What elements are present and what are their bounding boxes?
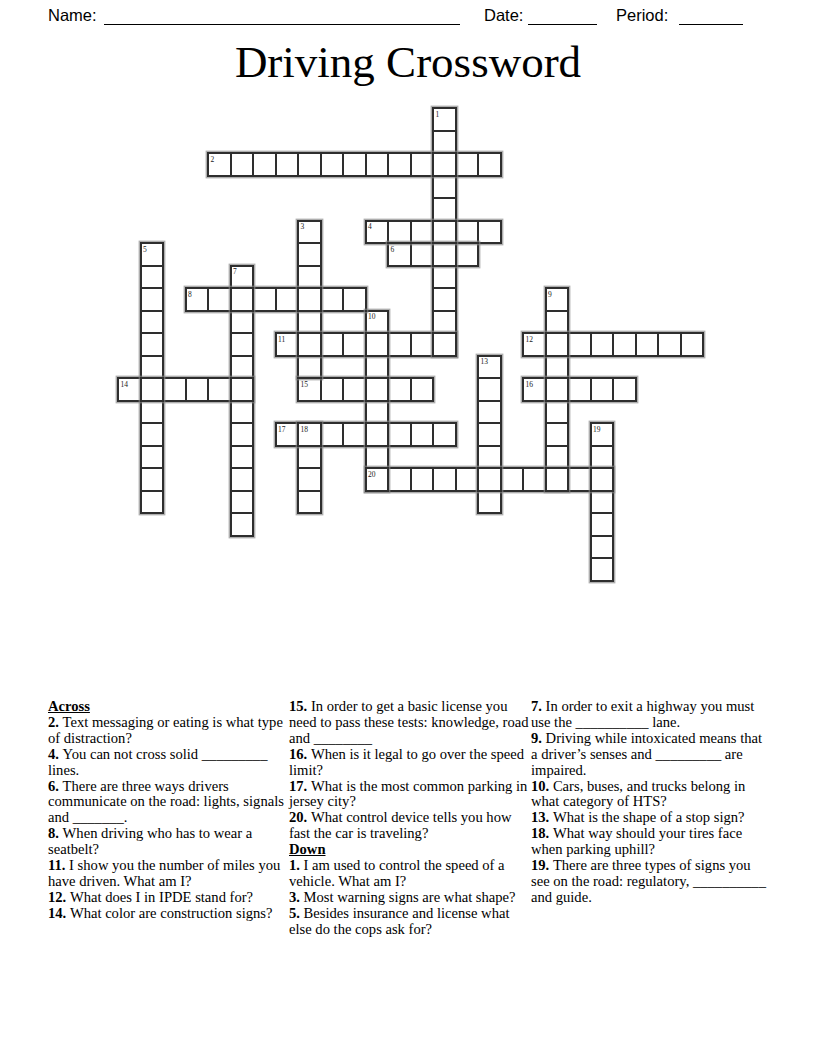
grid-cell[interactable]: [365, 422, 390, 447]
grid-cell[interactable]: [545, 445, 570, 470]
grid-cell[interactable]: [432, 332, 457, 357]
clue-item: 9. Driving while intoxicated means that …: [531, 731, 771, 779]
clue-item-number: 16.: [289, 746, 311, 762]
grid-cell[interactable]: [410, 422, 435, 447]
grid-cell[interactable]: [387, 242, 412, 267]
grid-cell[interactable]: [590, 422, 615, 447]
grid-cell[interactable]: [230, 422, 255, 447]
grid-cell[interactable]: [365, 400, 390, 425]
grid-cell[interactable]: [140, 445, 165, 470]
clue-item-text: In order to exit a highway you must use …: [531, 698, 754, 730]
period-blank-line[interactable]: [679, 6, 743, 25]
grid-cell[interactable]: [365, 377, 390, 402]
clue-item-text: There are three types of signs you see o…: [531, 857, 766, 905]
grid-cell[interactable]: [230, 355, 255, 380]
grid-cell[interactable]: [612, 377, 637, 402]
clue-item-text: You can not cross solid _________ lines.: [48, 746, 267, 778]
grid-cell[interactable]: [432, 310, 457, 335]
grid-cell[interactable]: [387, 422, 412, 447]
grid-cell[interactable]: [252, 287, 277, 312]
grid-cell[interactable]: [297, 152, 322, 177]
clue-item-number: 4.: [48, 746, 63, 762]
clues-column-across: Across2. Text messaging or eating is wha…: [48, 699, 288, 922]
clue-item-number: 5.: [289, 905, 304, 921]
grid-cell[interactable]: [477, 377, 502, 402]
grid-cell[interactable]: [297, 242, 322, 267]
grid-cell[interactable]: [410, 242, 435, 267]
clue-item: 14. What color are construction signs?: [48, 906, 288, 922]
grid-cell[interactable]: [432, 220, 457, 245]
clue-item-number: 18.: [531, 825, 553, 841]
clue-item-number: 13.: [531, 809, 553, 825]
clue-item-text: What is the shape of a stop sign?: [553, 809, 745, 825]
grid-cell[interactable]: [297, 220, 322, 245]
grid-cell[interactable]: [522, 467, 547, 492]
grid-cell[interactable]: [635, 332, 660, 357]
grid-cell[interactable]: [410, 332, 435, 357]
date-label: Date:: [484, 6, 523, 25]
grid-cell[interactable]: [275, 287, 300, 312]
grid-cell[interactable]: [387, 467, 412, 492]
grid-cell[interactable]: [522, 377, 547, 402]
page-title: Driving Crossword: [0, 36, 816, 88]
name-label: Name:: [48, 6, 97, 25]
clue-item-number: 12.: [48, 889, 70, 905]
grid-cell[interactable]: [140, 377, 165, 402]
clue-item-text: What way should your tires face when par…: [531, 825, 742, 857]
grid-cell[interactable]: [432, 107, 457, 132]
grid-cell[interactable]: [410, 467, 435, 492]
grid-cell[interactable]: [297, 355, 322, 380]
clue-item: 17. What is the most common parking in j…: [289, 779, 529, 811]
clue-item-number: 6.: [48, 778, 63, 794]
grid-cell[interactable]: [140, 287, 165, 312]
clue-item: 2. Text messaging or eating is what type…: [48, 715, 288, 747]
grid-cell[interactable]: [275, 152, 300, 177]
grid-cell[interactable]: [590, 377, 615, 402]
grid-cell[interactable]: [477, 422, 502, 447]
grid-cell[interactable]: [590, 557, 615, 582]
grid-cell[interactable]: [432, 265, 457, 290]
grid-cell[interactable]: [567, 377, 592, 402]
clue-item-text: What control device tells you how fast t…: [289, 809, 512, 841]
clue-item: 1. I am used to control the speed of a v…: [289, 858, 529, 890]
grid-cell[interactable]: [365, 220, 390, 245]
clue-item: 12. What does I in IPDE stand for?: [48, 890, 288, 906]
grid-cell[interactable]: [140, 242, 165, 267]
clue-item-text: Driving while intoxicated means that a d…: [531, 730, 762, 778]
clue-item-text: I am used to control the speed of a vehi…: [289, 857, 505, 889]
grid-cell[interactable]: [297, 310, 322, 335]
grid-cell[interactable]: [140, 400, 165, 425]
clue-item-text: I show you the number of miles you have …: [48, 857, 280, 889]
grid-cell[interactable]: [297, 287, 322, 312]
clue-item-text: Most warning signs are what shape?: [304, 889, 516, 905]
grid-cell[interactable]: [320, 152, 345, 177]
clue-item-number: 17.: [289, 778, 311, 794]
grid-cell[interactable]: [297, 265, 322, 290]
grid-cell[interactable]: [230, 152, 255, 177]
grid-cell[interactable]: [140, 355, 165, 380]
grid-cell[interactable]: [657, 332, 682, 357]
worksheet-header: Name: Date: Period:: [0, 2, 816, 30]
clue-item: 15. In order to get a basic license you …: [289, 699, 529, 747]
clue-item: 6. There are three ways drivers communic…: [48, 779, 288, 827]
grid-cell[interactable]: [207, 287, 232, 312]
grid-cell[interactable]: [432, 130, 457, 155]
grid-cell[interactable]: [320, 377, 345, 402]
grid-cell[interactable]: [365, 152, 390, 177]
grid-cell[interactable]: [590, 512, 615, 537]
grid-cell[interactable]: [432, 467, 457, 492]
grid-cell[interactable]: [387, 220, 412, 245]
grid-cell[interactable]: [230, 377, 255, 402]
clue-item-text: Besides insurance and license what else …: [289, 905, 509, 937]
grid-cell[interactable]: [590, 445, 615, 470]
grid-cell[interactable]: [297, 377, 322, 402]
clue-item-text: When driving who has to wear a seatbelt?: [48, 825, 252, 857]
clue-item-number: 2.: [48, 714, 63, 730]
grid-cell[interactable]: [365, 332, 390, 357]
grid-cell[interactable]: [275, 422, 300, 447]
grid-cell[interactable]: [140, 422, 165, 447]
grid-cell[interactable]: [545, 422, 570, 447]
clue-item: 13. What is the shape of a stop sign?: [531, 810, 771, 826]
grid-cell[interactable]: [477, 220, 502, 245]
grid-cell[interactable]: [342, 377, 367, 402]
crossword-grid: 2468111214151617201357910131819: [118, 108, 704, 582]
clue-item-text: What is the most common parking in jerse…: [289, 778, 527, 810]
grid-cell[interactable]: [320, 332, 345, 357]
grid-cell[interactable]: [230, 332, 255, 357]
grid-cell[interactable]: [117, 377, 142, 402]
grid-cell[interactable]: [455, 242, 480, 267]
grid-cell[interactable]: [185, 377, 210, 402]
clue-item: 11. I show you the number of miles you h…: [48, 858, 288, 890]
clues-column-middle: 15. In order to get a basic license you …: [289, 699, 529, 938]
grid-cell[interactable]: [387, 152, 412, 177]
grid-cell[interactable]: [567, 467, 592, 492]
grid-cell[interactable]: [545, 310, 570, 335]
grid-cell[interactable]: [207, 377, 232, 402]
grid-cell[interactable]: [477, 152, 502, 177]
grid-cell[interactable]: [432, 242, 457, 267]
clue-item-text: In order to get a basic license you need…: [289, 698, 529, 746]
grid-cell[interactable]: [297, 332, 322, 357]
grid-cell[interactable]: [230, 287, 255, 312]
clue-item: 3. Most warning signs are what shape?: [289, 890, 529, 906]
clue-item-text: There are three ways drivers communicate…: [48, 778, 284, 826]
grid-cell[interactable]: [545, 377, 570, 402]
clues-column-down: 7. In order to exit a highway you must u…: [531, 699, 771, 906]
grid-cell[interactable]: [590, 332, 615, 357]
grid-cell[interactable]: [500, 467, 525, 492]
grid-cell[interactable]: [207, 152, 232, 177]
grid-cell[interactable]: [365, 355, 390, 380]
name-blank-line[interactable]: [104, 6, 460, 25]
grid-cell[interactable]: [522, 332, 547, 357]
clue-item: 18. What way should your tires face when…: [531, 826, 771, 858]
clue-item: 16. When is it legal to go over the spee…: [289, 747, 529, 779]
grid-cell[interactable]: [275, 332, 300, 357]
grid-cell[interactable]: [545, 332, 570, 357]
grid-cell[interactable]: [590, 535, 615, 560]
grid-cell[interactable]: [680, 332, 705, 357]
grid-cell[interactable]: [297, 445, 322, 470]
grid-cell[interactable]: [297, 490, 322, 515]
grid-cell[interactable]: [342, 422, 367, 447]
worksheet-page: Name: Date: Period: Driving Crossword 24…: [0, 0, 816, 1056]
grid-cell[interactable]: [342, 152, 367, 177]
grid-cell[interactable]: [230, 400, 255, 425]
clue-item-number: 11.: [48, 857, 69, 873]
clue-item-number: 10.: [531, 778, 553, 794]
grid-cell[interactable]: [410, 377, 435, 402]
clue-item-text: What does I in IPDE stand for?: [70, 889, 253, 905]
grid-cell[interactable]: [230, 490, 255, 515]
grid-cell[interactable]: [432, 175, 457, 200]
date-blank-line[interactable]: [528, 6, 597, 25]
grid-cell[interactable]: [455, 467, 480, 492]
grid-cell[interactable]: [612, 332, 637, 357]
clue-item-number: 19.: [531, 857, 553, 873]
clue-item: 10. Cars, buses, and trucks belong in wh…: [531, 779, 771, 811]
grid-cell[interactable]: [477, 355, 502, 380]
grid-cell[interactable]: [140, 310, 165, 335]
grid-cell[interactable]: [545, 287, 570, 312]
grid-cell[interactable]: [477, 400, 502, 425]
clue-item-text: Text messaging or eating is what type of…: [48, 714, 283, 746]
clue-item-text: When is it legal to go over the speed li…: [289, 746, 524, 778]
grid-cell[interactable]: [140, 467, 165, 492]
grid-cell[interactable]: [477, 467, 502, 492]
clue-item-number: 9.: [531, 730, 546, 746]
clue-item: 8. When driving who has to wear a seatbe…: [48, 826, 288, 858]
grid-cell[interactable]: [477, 445, 502, 470]
grid-cell[interactable]: [320, 422, 345, 447]
clue-item: 20. What control device tells you how fa…: [289, 810, 529, 842]
grid-cell[interactable]: [590, 467, 615, 492]
grid-cell[interactable]: [297, 467, 322, 492]
across-header: Across: [48, 699, 288, 715]
grid-cell[interactable]: [230, 445, 255, 470]
clue-item: 19. There are three types of signs you s…: [531, 858, 771, 906]
grid-cell[interactable]: [387, 332, 412, 357]
grid-cell[interactable]: [365, 467, 390, 492]
period-label: Period:: [616, 6, 668, 25]
clue-item-number: 3.: [289, 889, 304, 905]
clue-item-number: 14.: [48, 905, 70, 921]
clue-item: 7. In order to exit a highway you must u…: [531, 699, 771, 731]
grid-cell[interactable]: [297, 422, 322, 447]
grid-cell[interactable]: [342, 287, 367, 312]
grid-cell[interactable]: [230, 512, 255, 537]
grid-cell[interactable]: [320, 287, 345, 312]
clue-item-text: Cars, buses, and trucks belong in what c…: [531, 778, 745, 810]
grid-cell[interactable]: [140, 332, 165, 357]
grid-cell[interactable]: [545, 400, 570, 425]
grid-cell[interactable]: [365, 445, 390, 470]
grid-cell[interactable]: [140, 265, 165, 290]
grid-cell[interactable]: [455, 220, 480, 245]
grid-cell[interactable]: [410, 152, 435, 177]
grid-cell[interactable]: [342, 332, 367, 357]
clue-item: 5. Besides insurance and license what el…: [289, 906, 529, 938]
grid-cell[interactable]: [432, 197, 457, 222]
clue-item-number: 15.: [289, 698, 311, 714]
grid-cell[interactable]: [230, 310, 255, 335]
grid-cell[interactable]: [432, 422, 457, 447]
grid-cell[interactable]: [590, 490, 615, 515]
grid-cell[interactable]: [477, 490, 502, 515]
grid-cell[interactable]: [230, 265, 255, 290]
clue-item-number: 8.: [48, 825, 63, 841]
clue-item-number: 7.: [531, 698, 546, 714]
grid-cell[interactable]: [365, 310, 390, 335]
grid-cell[interactable]: [140, 490, 165, 515]
grid-cell[interactable]: [185, 287, 210, 312]
clue-item: 4. You can not cross solid _________ lin…: [48, 747, 288, 779]
grid-cell[interactable]: [545, 467, 570, 492]
grid-cell[interactable]: [162, 377, 187, 402]
clue-item-number: 20.: [289, 809, 311, 825]
grid-cell[interactable]: [432, 287, 457, 312]
clue-item-number: 1.: [289, 857, 304, 873]
grid-cell[interactable]: [410, 220, 435, 245]
grid-cell[interactable]: [387, 377, 412, 402]
grid-cell[interactable]: [545, 355, 570, 380]
down-header: Down: [289, 842, 529, 858]
grid-cell[interactable]: [252, 152, 277, 177]
grid-cell[interactable]: [567, 332, 592, 357]
grid-cell[interactable]: [432, 152, 457, 177]
clue-item-text: What color are construction signs?: [70, 905, 273, 921]
grid-cell[interactable]: [230, 467, 255, 492]
grid-cell[interactable]: [455, 152, 480, 177]
